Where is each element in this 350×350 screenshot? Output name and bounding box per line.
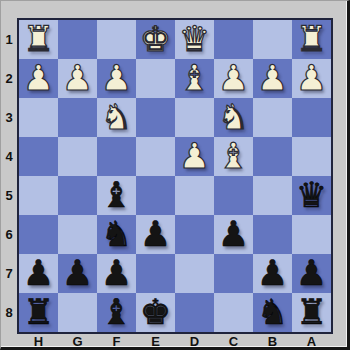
black-pawn: ♟	[101, 254, 132, 293]
square-b5[interactable]	[253, 176, 292, 215]
square-g4[interactable]	[58, 137, 97, 176]
square-g8[interactable]	[58, 293, 97, 332]
square-c8[interactable]	[214, 293, 253, 332]
black-rook: ♜	[23, 293, 54, 332]
square-h4[interactable]	[19, 137, 58, 176]
file-label-b: B	[253, 333, 292, 349]
file-label-h: H	[19, 333, 58, 349]
square-c1[interactable]	[214, 20, 253, 59]
white-pawn: ♟	[62, 59, 93, 98]
square-b6[interactable]	[253, 215, 292, 254]
square-b8[interactable]: ♞	[253, 293, 292, 332]
square-d4[interactable]: ♟	[175, 137, 214, 176]
square-f7[interactable]: ♟	[97, 254, 136, 293]
file-label-f: F	[97, 333, 136, 349]
square-c7[interactable]	[214, 254, 253, 293]
square-f8[interactable]: ♝	[97, 293, 136, 332]
square-a2[interactable]: ♟	[292, 59, 331, 98]
square-e6[interactable]: ♟	[136, 215, 175, 254]
square-a7[interactable]: ♟	[292, 254, 331, 293]
rank-label-2: 2	[1, 59, 17, 98]
black-pawn: ♟	[218, 215, 249, 254]
board-panel: 12345678 ♜♚♛♜♟♟♟♝♟♟♟♞♞♟♝♝♛♞♟♟♟♟♟♟♟♜♝♚♞♜ …	[0, 0, 350, 350]
black-knight: ♞	[257, 293, 288, 332]
square-f1[interactable]	[97, 20, 136, 59]
rank-label-8: 8	[1, 293, 17, 332]
file-label-c: C	[214, 333, 253, 349]
square-b4[interactable]	[253, 137, 292, 176]
square-e5[interactable]	[136, 176, 175, 215]
white-knight: ♞	[101, 98, 132, 137]
square-b7[interactable]: ♟	[253, 254, 292, 293]
square-g3[interactable]	[58, 98, 97, 137]
square-d2[interactable]: ♝	[175, 59, 214, 98]
square-g1[interactable]	[58, 20, 97, 59]
black-pawn: ♟	[23, 254, 54, 293]
white-queen: ♛	[179, 20, 210, 59]
white-pawn: ♟	[218, 59, 249, 98]
white-rook: ♜	[23, 20, 54, 59]
black-queen: ♛	[296, 176, 327, 215]
rank-label-6: 6	[1, 215, 17, 254]
file-labels: HGFEDCBA	[19, 333, 331, 349]
square-c2[interactable]: ♟	[214, 59, 253, 98]
square-h6[interactable]	[19, 215, 58, 254]
square-d1[interactable]: ♛	[175, 20, 214, 59]
rank-label-5: 5	[1, 176, 17, 215]
square-d8[interactable]	[175, 293, 214, 332]
square-f4[interactable]	[97, 137, 136, 176]
black-knight: ♞	[101, 215, 132, 254]
white-pawn: ♟	[23, 59, 54, 98]
file-label-a: A	[292, 333, 331, 349]
black-rook: ♜	[296, 293, 327, 332]
black-king: ♚	[140, 293, 171, 332]
square-e7[interactable]	[136, 254, 175, 293]
square-b2[interactable]: ♟	[253, 59, 292, 98]
white-king: ♚	[140, 20, 171, 59]
square-f5[interactable]: ♝	[97, 176, 136, 215]
square-h3[interactable]	[19, 98, 58, 137]
black-bishop: ♝	[101, 293, 132, 332]
square-c6[interactable]: ♟	[214, 215, 253, 254]
file-label-d: D	[175, 333, 214, 349]
rank-labels: 12345678	[1, 20, 17, 332]
square-h5[interactable]	[19, 176, 58, 215]
square-h1[interactable]: ♜	[19, 20, 58, 59]
square-g5[interactable]	[58, 176, 97, 215]
white-pawn: ♟	[179, 137, 210, 176]
square-d3[interactable]	[175, 98, 214, 137]
white-pawn: ♟	[257, 59, 288, 98]
square-f3[interactable]: ♞	[97, 98, 136, 137]
square-c5[interactable]	[214, 176, 253, 215]
white-rook: ♜	[296, 20, 327, 59]
square-a4[interactable]	[292, 137, 331, 176]
square-d6[interactable]	[175, 215, 214, 254]
rank-label-1: 1	[1, 20, 17, 59]
black-pawn: ♟	[257, 254, 288, 293]
square-a1[interactable]: ♜	[292, 20, 331, 59]
square-h8[interactable]: ♜	[19, 293, 58, 332]
square-f2[interactable]: ♟	[97, 59, 136, 98]
square-d7[interactable]	[175, 254, 214, 293]
square-a3[interactable]	[292, 98, 331, 137]
square-g2[interactable]: ♟	[58, 59, 97, 98]
white-pawn: ♟	[101, 59, 132, 98]
square-b1[interactable]	[253, 20, 292, 59]
white-pawn: ♟	[296, 59, 327, 98]
square-e1[interactable]: ♚	[136, 20, 175, 59]
black-pawn: ♟	[140, 215, 171, 254]
square-h2[interactable]: ♟	[19, 59, 58, 98]
square-c4[interactable]: ♝	[214, 137, 253, 176]
black-pawn: ♟	[62, 254, 93, 293]
square-a5[interactable]: ♛	[292, 176, 331, 215]
square-e2[interactable]	[136, 59, 175, 98]
black-bishop: ♝	[101, 176, 132, 215]
white-bishop: ♝	[179, 59, 210, 98]
black-pawn: ♟	[296, 254, 327, 293]
square-b3[interactable]	[253, 98, 292, 137]
white-knight: ♞	[218, 98, 249, 137]
file-label-e: E	[136, 333, 175, 349]
square-g7[interactable]: ♟	[58, 254, 97, 293]
white-bishop: ♝	[218, 137, 249, 176]
rank-label-3: 3	[1, 98, 17, 137]
square-g6[interactable]	[58, 215, 97, 254]
square-a8[interactable]: ♜	[292, 293, 331, 332]
square-d5[interactable]	[175, 176, 214, 215]
square-e4[interactable]	[136, 137, 175, 176]
square-c3[interactable]: ♞	[214, 98, 253, 137]
rank-label-4: 4	[1, 137, 17, 176]
square-f6[interactable]: ♞	[97, 215, 136, 254]
square-e8[interactable]: ♚	[136, 293, 175, 332]
square-a6[interactable]	[292, 215, 331, 254]
file-label-g: G	[58, 333, 97, 349]
chess-board: ♜♚♛♜♟♟♟♝♟♟♟♞♞♟♝♝♛♞♟♟♟♟♟♟♟♜♝♚♞♜	[17, 18, 333, 334]
square-e3[interactable]	[136, 98, 175, 137]
rank-label-7: 7	[1, 254, 17, 293]
square-h7[interactable]: ♟	[19, 254, 58, 293]
